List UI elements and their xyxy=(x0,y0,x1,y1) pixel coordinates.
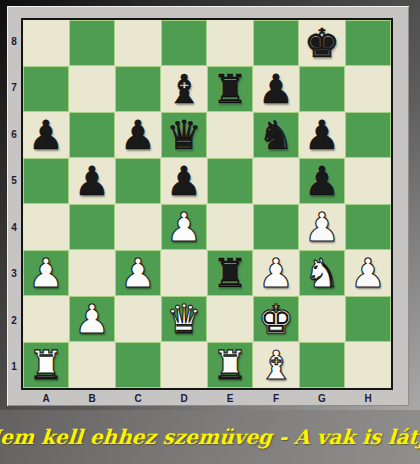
square-e3[interactable]: ♜ xyxy=(207,250,253,296)
rank-label-3: 3 xyxy=(7,251,21,298)
square-e5[interactable] xyxy=(207,158,253,204)
square-b2[interactable]: ♟ xyxy=(69,296,115,342)
square-d4[interactable]: ♟ xyxy=(161,204,207,250)
black-pawn-c6[interactable]: ♟ xyxy=(120,112,156,158)
black-pawn-g6[interactable]: ♟ xyxy=(304,112,340,158)
square-h3[interactable]: ♟ xyxy=(345,250,391,296)
square-g6[interactable]: ♟ xyxy=(299,112,345,158)
square-e7[interactable]: ♜ xyxy=(207,66,253,112)
file-label-h: H xyxy=(345,390,391,406)
rank-label-1: 1 xyxy=(7,344,21,391)
file-label-a: A xyxy=(23,390,69,406)
square-d2[interactable]: ♛ xyxy=(161,296,207,342)
square-e8[interactable] xyxy=(207,20,253,66)
square-e2[interactable] xyxy=(207,296,253,342)
white-queen-d2[interactable]: ♛ xyxy=(166,296,202,342)
white-pawn-c3[interactable]: ♟ xyxy=(120,250,156,296)
black-pawn-g5[interactable]: ♟ xyxy=(304,158,340,204)
square-b4[interactable] xyxy=(69,204,115,250)
square-b5[interactable]: ♟ xyxy=(69,158,115,204)
square-b3[interactable] xyxy=(69,250,115,296)
file-label-e: E xyxy=(207,390,253,406)
rank-label-7: 7 xyxy=(7,65,21,112)
white-pawn-b2[interactable]: ♟ xyxy=(74,296,110,342)
square-g8[interactable]: ♚ xyxy=(299,20,345,66)
square-f7[interactable]: ♟ xyxy=(253,66,299,112)
square-a4[interactable] xyxy=(23,204,69,250)
white-rook-e1[interactable]: ♜ xyxy=(212,342,248,388)
square-g4[interactable]: ♟ xyxy=(299,204,345,250)
square-c3[interactable]: ♟ xyxy=(115,250,161,296)
square-c8[interactable] xyxy=(115,20,161,66)
rank-label-2: 2 xyxy=(7,297,21,344)
square-a1[interactable]: ♜ xyxy=(23,342,69,388)
black-knight-f6[interactable]: ♞ xyxy=(258,112,294,158)
square-b7[interactable] xyxy=(69,66,115,112)
square-f4[interactable] xyxy=(253,204,299,250)
black-king-g8[interactable]: ♚ xyxy=(304,20,340,66)
square-c1[interactable] xyxy=(115,342,161,388)
white-king-f2[interactable]: ♚ xyxy=(258,296,294,342)
square-a7[interactable] xyxy=(23,66,69,112)
square-c2[interactable] xyxy=(115,296,161,342)
white-pawn-g4[interactable]: ♟ xyxy=(304,204,340,250)
square-h7[interactable] xyxy=(345,66,391,112)
rank-labels: 87654321 xyxy=(7,18,21,390)
square-b1[interactable] xyxy=(69,342,115,388)
square-e6[interactable] xyxy=(207,112,253,158)
square-d7[interactable]: ♝ xyxy=(161,66,207,112)
square-c4[interactable] xyxy=(115,204,161,250)
square-f1[interactable]: ♝ xyxy=(253,342,299,388)
square-a6[interactable]: ♟ xyxy=(23,112,69,158)
square-h8[interactable] xyxy=(345,20,391,66)
square-c5[interactable] xyxy=(115,158,161,204)
white-pawn-d4[interactable]: ♟ xyxy=(166,204,202,250)
file-labels: ABCDEFGH xyxy=(21,390,393,406)
black-queen-d6[interactable]: ♛ xyxy=(166,112,202,158)
square-g5[interactable]: ♟ xyxy=(299,158,345,204)
rank-label-4: 4 xyxy=(7,204,21,251)
file-label-g: G xyxy=(299,390,345,406)
square-h5[interactable] xyxy=(345,158,391,204)
square-b8[interactable] xyxy=(69,20,115,66)
square-a3[interactable]: ♟ xyxy=(23,250,69,296)
file-label-b: B xyxy=(69,390,115,406)
square-c6[interactable]: ♟ xyxy=(115,112,161,158)
square-c7[interactable] xyxy=(115,66,161,112)
square-h6[interactable] xyxy=(345,112,391,158)
white-pawn-h3[interactable]: ♟ xyxy=(350,250,386,296)
square-d3[interactable] xyxy=(161,250,207,296)
square-g3[interactable]: ♞ xyxy=(299,250,345,296)
square-d5[interactable]: ♟ xyxy=(161,158,207,204)
black-pawn-f7[interactable]: ♟ xyxy=(258,66,294,112)
board-margin: 87654321 ♚♝♜♟♟♟♛♞♟♟♟♟♟♟♟♟♜♟♞♟♟♛♚♜♜♝ ABCD… xyxy=(7,6,409,406)
square-e4[interactable] xyxy=(207,204,253,250)
square-d6[interactable]: ♛ xyxy=(161,112,207,158)
square-g1[interactable] xyxy=(299,342,345,388)
white-rook-a1[interactable]: ♜ xyxy=(28,342,64,388)
white-pawn-f3[interactable]: ♟ xyxy=(258,250,294,296)
square-g7[interactable] xyxy=(299,66,345,112)
square-b6[interactable] xyxy=(69,112,115,158)
square-a2[interactable] xyxy=(23,296,69,342)
rank-label-8: 8 xyxy=(7,18,21,65)
caption-bar: Nem kell ehhez szemüveg - A vak is látja xyxy=(0,410,420,464)
black-rook-e7[interactable]: ♜ xyxy=(212,66,248,112)
square-f3[interactable]: ♟ xyxy=(253,250,299,296)
square-h1[interactable] xyxy=(345,342,391,388)
square-d1[interactable] xyxy=(161,342,207,388)
square-e1[interactable]: ♜ xyxy=(207,342,253,388)
file-label-d: D xyxy=(161,390,207,406)
black-pawn-b5[interactable]: ♟ xyxy=(74,158,110,204)
square-f2[interactable]: ♚ xyxy=(253,296,299,342)
square-h2[interactable] xyxy=(345,296,391,342)
square-g2[interactable] xyxy=(299,296,345,342)
file-label-c: C xyxy=(115,390,161,406)
black-rook-e3[interactable]: ♜ xyxy=(212,250,248,296)
square-h4[interactable] xyxy=(345,204,391,250)
square-d8[interactable] xyxy=(161,20,207,66)
caption-text: Nem kell ehhez szemüveg - A vak is látja xyxy=(0,425,420,449)
square-a8[interactable] xyxy=(23,20,69,66)
rank-label-5: 5 xyxy=(7,158,21,205)
white-bishop-f1[interactable]: ♝ xyxy=(258,342,294,388)
black-bishop-d7[interactable]: ♝ xyxy=(166,66,202,112)
white-knight-g3[interactable]: ♞ xyxy=(304,250,340,296)
board: ♚♝♜♟♟♟♛♞♟♟♟♟♟♟♟♟♜♟♞♟♟♛♚♜♜♝ xyxy=(21,18,393,390)
square-f6[interactable]: ♞ xyxy=(253,112,299,158)
black-pawn-d5[interactable]: ♟ xyxy=(166,158,202,204)
file-label-f: F xyxy=(253,390,299,406)
square-f8[interactable] xyxy=(253,20,299,66)
white-pawn-a3[interactable]: ♟ xyxy=(28,250,64,296)
board-frame: 87654321 ♚♝♜♟♟♟♛♞♟♟♟♟♟♟♟♟♜♟♞♟♟♛♚♜♜♝ ABCD… xyxy=(0,0,420,410)
square-a5[interactable] xyxy=(23,158,69,204)
rank-label-6: 6 xyxy=(7,111,21,158)
square-f5[interactable] xyxy=(253,158,299,204)
black-pawn-a6[interactable]: ♟ xyxy=(28,112,64,158)
